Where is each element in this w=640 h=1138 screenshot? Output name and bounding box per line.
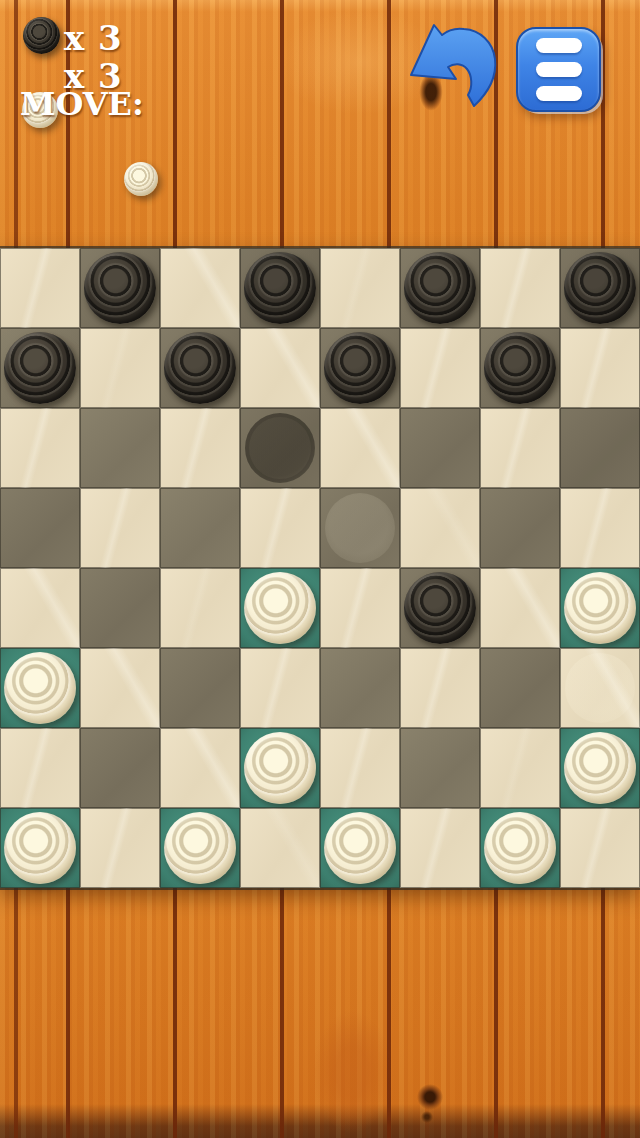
black-piece[interactable] xyxy=(564,252,636,324)
square-r2c7[interactable] xyxy=(480,328,560,408)
square-r1c8[interactable] xyxy=(560,248,640,328)
menu-icon xyxy=(536,86,582,101)
black-piece[interactable] xyxy=(244,252,316,324)
square-r2c4[interactable] xyxy=(240,328,320,408)
white-piece[interactable] xyxy=(564,732,636,804)
ghost-piece xyxy=(245,413,315,483)
square-r4c4[interactable] xyxy=(240,488,320,568)
square-r3c4[interactable] xyxy=(240,408,320,488)
square-r2c6[interactable] xyxy=(400,328,480,408)
square-r7c8[interactable] xyxy=(560,728,640,808)
square-r5c1[interactable] xyxy=(0,568,80,648)
square-r8c8[interactable] xyxy=(560,808,640,888)
black-piece[interactable] xyxy=(324,332,396,404)
white-piece[interactable] xyxy=(164,812,236,884)
square-r1c3[interactable] xyxy=(160,248,240,328)
square-r3c7[interactable] xyxy=(480,408,560,488)
black-piece[interactable] xyxy=(404,572,476,644)
move-side-white-piece-icon xyxy=(124,162,158,196)
square-r3c2[interactable] xyxy=(80,408,160,488)
square-r3c5[interactable] xyxy=(320,408,400,488)
square-r6c6[interactable] xyxy=(400,648,480,728)
menu-icon xyxy=(536,62,582,77)
move-turn-label: MOVE: xyxy=(20,85,144,123)
black-piece[interactable] xyxy=(84,252,156,324)
square-r5c3[interactable] xyxy=(160,568,240,648)
square-r7c6[interactable] xyxy=(400,728,480,808)
white-piece[interactable] xyxy=(564,572,636,644)
undo-button[interactable] xyxy=(404,17,504,109)
square-r6c7[interactable] xyxy=(480,648,560,728)
square-r4c8[interactable] xyxy=(560,488,640,568)
square-r7c3[interactable] xyxy=(160,728,240,808)
square-r4c1[interactable] xyxy=(0,488,80,568)
square-r8c7[interactable] xyxy=(480,808,560,888)
square-r3c8[interactable] xyxy=(560,408,640,488)
black-captured-count: x 3 xyxy=(64,18,123,58)
square-r8c5[interactable] xyxy=(320,808,400,888)
square-r7c2[interactable] xyxy=(80,728,160,808)
white-piece[interactable] xyxy=(244,572,316,644)
square-r6c3[interactable] xyxy=(160,648,240,728)
white-piece[interactable] xyxy=(244,732,316,804)
square-r4c2[interactable] xyxy=(80,488,160,568)
square-r7c1[interactable] xyxy=(0,728,80,808)
white-piece[interactable] xyxy=(4,652,76,724)
square-r4c7[interactable] xyxy=(480,488,560,568)
square-r7c7[interactable] xyxy=(480,728,560,808)
square-r8c1[interactable] xyxy=(0,808,80,888)
black-piece[interactable] xyxy=(484,332,556,404)
ghost-piece xyxy=(325,493,395,563)
menu-icon xyxy=(536,38,582,53)
square-r6c5[interactable] xyxy=(320,648,400,728)
square-r1c6[interactable] xyxy=(400,248,480,328)
black-piece-icon xyxy=(23,17,60,54)
square-r5c5[interactable] xyxy=(320,568,400,648)
square-r2c8[interactable] xyxy=(560,328,640,408)
square-r2c2[interactable] xyxy=(80,328,160,408)
white-piece[interactable] xyxy=(324,812,396,884)
square-r6c2[interactable] xyxy=(80,648,160,728)
menu-button[interactable] xyxy=(516,27,601,112)
square-r5c6[interactable] xyxy=(400,568,480,648)
square-r1c5[interactable] xyxy=(320,248,400,328)
square-r8c3[interactable] xyxy=(160,808,240,888)
square-r7c5[interactable] xyxy=(320,728,400,808)
square-r8c4[interactable] xyxy=(240,808,320,888)
square-r2c3[interactable] xyxy=(160,328,240,408)
black-piece[interactable] xyxy=(404,252,476,324)
square-r7c4[interactable] xyxy=(240,728,320,808)
square-r3c3[interactable] xyxy=(160,408,240,488)
square-r3c1[interactable] xyxy=(0,408,80,488)
undo-arrow-icon xyxy=(411,25,495,106)
checkers-board[interactable] xyxy=(0,248,640,888)
square-r5c4[interactable] xyxy=(240,568,320,648)
black-piece[interactable] xyxy=(164,332,236,404)
square-r4c5[interactable] xyxy=(320,488,400,568)
square-r6c4[interactable] xyxy=(240,648,320,728)
square-r4c6[interactable] xyxy=(400,488,480,568)
square-r8c6[interactable] xyxy=(400,808,480,888)
ghost-piece xyxy=(565,653,635,723)
square-r5c7[interactable] xyxy=(480,568,560,648)
square-r5c8[interactable] xyxy=(560,568,640,648)
square-r6c8[interactable] xyxy=(560,648,640,728)
square-r4c3[interactable] xyxy=(160,488,240,568)
square-r1c7[interactable] xyxy=(480,248,560,328)
square-r2c1[interactable] xyxy=(0,328,80,408)
square-r1c1[interactable] xyxy=(0,248,80,328)
square-r1c2[interactable] xyxy=(80,248,160,328)
black-piece[interactable] xyxy=(4,332,76,404)
square-r6c1[interactable] xyxy=(0,648,80,728)
white-piece[interactable] xyxy=(484,812,556,884)
square-r2c5[interactable] xyxy=(320,328,400,408)
square-r1c4[interactable] xyxy=(240,248,320,328)
square-r8c2[interactable] xyxy=(80,808,160,888)
square-r3c6[interactable] xyxy=(400,408,480,488)
square-r5c2[interactable] xyxy=(80,568,160,648)
white-piece[interactable] xyxy=(4,812,76,884)
